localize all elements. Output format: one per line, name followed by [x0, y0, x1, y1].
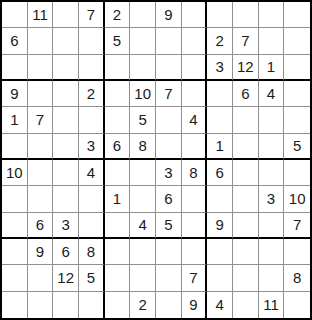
cell-r9c10-empty[interactable]	[233, 213, 259, 239]
cell-r3c12-empty[interactable]	[284, 55, 310, 81]
cell-r12c2-empty[interactable]	[28, 292, 54, 318]
cell-r10c8-empty[interactable]	[182, 239, 208, 265]
cell-r2c6-empty[interactable]	[130, 28, 156, 54]
cell-r1c7-given[interactable]: 9	[156, 2, 182, 28]
cell-r9c7-given[interactable]: 5	[156, 213, 182, 239]
cell-r6c12-given[interactable]: 5	[284, 134, 310, 160]
cell-r2c1-given[interactable]: 6	[2, 28, 28, 54]
cell-r11c9-empty[interactable]	[207, 265, 233, 291]
cell-r6c5-given[interactable]: 6	[105, 134, 131, 160]
cell-r2c8-empty[interactable]	[182, 28, 208, 54]
sudoku-board: 1172965273121921076417543681510438616310…	[0, 0, 312, 320]
cell-r3c6-empty[interactable]	[130, 55, 156, 81]
cell-r8c4-empty[interactable]	[79, 186, 105, 212]
cell-r11c12-given[interactable]: 8	[284, 265, 310, 291]
cell-r10c1-empty[interactable]	[2, 239, 28, 265]
cell-r4c12-empty[interactable]	[284, 81, 310, 107]
cell-r5c3-empty[interactable]	[53, 107, 79, 133]
cell-r8c1-empty[interactable]	[2, 186, 28, 212]
cell-r7c6-empty[interactable]	[130, 160, 156, 186]
cell-r12c9-given[interactable]: 4	[207, 292, 233, 318]
cell-r4c1-given[interactable]: 9	[2, 81, 28, 107]
cell-r2c9-given[interactable]: 2	[207, 28, 233, 54]
cell-r7c10-empty[interactable]	[233, 160, 259, 186]
cell-r10c7-empty[interactable]	[156, 239, 182, 265]
cell-r4c7-given[interactable]: 7	[156, 81, 182, 107]
cell-r1c4-given[interactable]: 7	[79, 2, 105, 28]
cell-r2c2-empty[interactable]	[28, 28, 54, 54]
cell-r9c4-empty[interactable]	[79, 213, 105, 239]
cell-r11c10-empty[interactable]	[233, 265, 259, 291]
cell-r8c9-empty[interactable]	[207, 186, 233, 212]
cell-r4c3-empty[interactable]	[53, 81, 79, 107]
cell-r10c3-given[interactable]: 6	[53, 239, 79, 265]
cell-r10c11-empty[interactable]	[259, 239, 285, 265]
cell-r8c6-empty[interactable]	[130, 186, 156, 212]
cell-r11c2-empty[interactable]	[28, 265, 54, 291]
cell-r3c4-empty[interactable]	[79, 55, 105, 81]
cell-r12c10-empty[interactable]	[233, 292, 259, 318]
cell-r6c9-given[interactable]: 1	[207, 134, 233, 160]
cell-r1c6-empty[interactable]	[130, 2, 156, 28]
cell-r5c1-given[interactable]: 1	[2, 107, 28, 133]
cell-r10c12-empty[interactable]	[284, 239, 310, 265]
cell-r2c3-empty[interactable]	[53, 28, 79, 54]
cell-r9c6-given[interactable]: 4	[130, 213, 156, 239]
cell-r8c5-given[interactable]: 1	[105, 186, 131, 212]
cell-r10c6-empty[interactable]	[130, 239, 156, 265]
cell-r5c9-empty[interactable]	[207, 107, 233, 133]
cell-r4c8-empty[interactable]	[182, 81, 208, 107]
cell-r3c3-empty[interactable]	[53, 55, 79, 81]
cell-r9c5-empty[interactable]	[105, 213, 131, 239]
cell-r7c2-empty[interactable]	[28, 160, 54, 186]
cell-r5c2-given[interactable]: 7	[28, 107, 54, 133]
cell-r9c8-empty[interactable]	[182, 213, 208, 239]
cell-r12c3-empty[interactable]	[53, 292, 79, 318]
cell-r4c6-given[interactable]: 10	[130, 81, 156, 107]
cell-r3c2-empty[interactable]	[28, 55, 54, 81]
cell-r5c8-given[interactable]: 4	[182, 107, 208, 133]
cell-r2c11-empty[interactable]	[259, 28, 285, 54]
cell-r10c4-given[interactable]: 8	[79, 239, 105, 265]
cell-r1c2-given[interactable]: 11	[28, 2, 54, 28]
cell-r6c10-empty[interactable]	[233, 134, 259, 160]
cell-r1c10-empty[interactable]	[233, 2, 259, 28]
cell-r7c8-given[interactable]: 8	[182, 160, 208, 186]
cell-r6c2-empty[interactable]	[28, 134, 54, 160]
cell-r2c12-empty[interactable]	[284, 28, 310, 54]
cell-r5c11-empty[interactable]	[259, 107, 285, 133]
cell-r3c11-given[interactable]: 1	[259, 55, 285, 81]
cell-r9c11-empty[interactable]	[259, 213, 285, 239]
cell-r1c12-empty[interactable]	[284, 2, 310, 28]
cell-r7c11-empty[interactable]	[259, 160, 285, 186]
cell-r9c3-given[interactable]: 3	[53, 213, 79, 239]
cell-r5c4-empty[interactable]	[79, 107, 105, 133]
cell-r11c1-empty[interactable]	[2, 265, 28, 291]
cell-r10c9-empty[interactable]	[207, 239, 233, 265]
cell-r9c2-given[interactable]: 6	[28, 213, 54, 239]
cell-r5c12-empty[interactable]	[284, 107, 310, 133]
cell-r4c2-empty[interactable]	[28, 81, 54, 107]
cell-r3c9-given[interactable]: 3	[207, 55, 233, 81]
cell-r4c11-given[interactable]: 4	[259, 81, 285, 107]
cell-r11c5-empty[interactable]	[105, 265, 131, 291]
cell-r3c8-empty[interactable]	[182, 55, 208, 81]
cell-r9c1-empty[interactable]	[2, 213, 28, 239]
cell-r11c6-empty[interactable]	[130, 265, 156, 291]
cell-r1c8-empty[interactable]	[182, 2, 208, 28]
cell-r1c11-empty[interactable]	[259, 2, 285, 28]
cell-r6c7-empty[interactable]	[156, 134, 182, 160]
cell-r7c3-empty[interactable]	[53, 160, 79, 186]
cell-r5c7-empty[interactable]	[156, 107, 182, 133]
cell-r6c3-empty[interactable]	[53, 134, 79, 160]
cell-r8c3-empty[interactable]	[53, 186, 79, 212]
cell-r8c2-empty[interactable]	[28, 186, 54, 212]
cell-r7c4-given[interactable]: 4	[79, 160, 105, 186]
cell-r7c5-empty[interactable]	[105, 160, 131, 186]
cell-r12c8-given[interactable]: 9	[182, 292, 208, 318]
cell-r1c1-empty[interactable]	[2, 2, 28, 28]
cell-r2c10-given[interactable]: 7	[233, 28, 259, 54]
cell-r3c1-empty[interactable]	[2, 55, 28, 81]
cell-r11c8-given[interactable]: 7	[182, 265, 208, 291]
cell-r11c7-empty[interactable]	[156, 265, 182, 291]
cell-r7c7-given[interactable]: 3	[156, 160, 182, 186]
cell-r4c5-empty[interactable]	[105, 81, 131, 107]
cell-r3c7-empty[interactable]	[156, 55, 182, 81]
cell-r6c1-empty[interactable]	[2, 134, 28, 160]
cell-r2c7-empty[interactable]	[156, 28, 182, 54]
cell-r10c5-empty[interactable]	[105, 239, 131, 265]
cell-r8c11-given[interactable]: 3	[259, 186, 285, 212]
cell-r11c4-given[interactable]: 5	[79, 265, 105, 291]
cell-r5c5-empty[interactable]	[105, 107, 131, 133]
cell-r1c9-empty[interactable]	[207, 2, 233, 28]
cell-r6c8-empty[interactable]	[182, 134, 208, 160]
cell-r8c12-given[interactable]: 10	[284, 186, 310, 212]
cell-r12c1-empty[interactable]	[2, 292, 28, 318]
cell-r12c11-given[interactable]: 11	[259, 292, 285, 318]
cell-r4c9-empty[interactable]	[207, 81, 233, 107]
cell-r6c11-empty[interactable]	[259, 134, 285, 160]
cell-r11c11-empty[interactable]	[259, 265, 285, 291]
cell-r1c5-given[interactable]: 2	[105, 2, 131, 28]
cell-r8c8-empty[interactable]	[182, 186, 208, 212]
cell-r2c5-given[interactable]: 5	[105, 28, 131, 54]
cell-r3c10-given[interactable]: 12	[233, 55, 259, 81]
cell-r12c5-empty[interactable]	[105, 292, 131, 318]
cell-r8c10-empty[interactable]	[233, 186, 259, 212]
cell-r1c3-empty[interactable]	[53, 2, 79, 28]
cell-r11c3-given[interactable]: 12	[53, 265, 79, 291]
cell-r10c2-given[interactable]: 9	[28, 239, 54, 265]
cell-r12c12-empty[interactable]	[284, 292, 310, 318]
cell-r12c6-given[interactable]: 2	[130, 292, 156, 318]
cell-r5c6-given[interactable]: 5	[130, 107, 156, 133]
cell-r9c12-given[interactable]: 7	[284, 213, 310, 239]
cell-r3c5-empty[interactable]	[105, 55, 131, 81]
cell-r10c10-empty[interactable]	[233, 239, 259, 265]
cell-r2c4-empty[interactable]	[79, 28, 105, 54]
cell-r7c9-given[interactable]: 6	[207, 160, 233, 186]
cell-r5c10-empty[interactable]	[233, 107, 259, 133]
cell-r4c10-given[interactable]: 6	[233, 81, 259, 107]
cell-r4c4-given[interactable]: 2	[79, 81, 105, 107]
cell-r7c12-empty[interactable]	[284, 160, 310, 186]
cell-r6c4-given[interactable]: 3	[79, 134, 105, 160]
cell-r12c4-empty[interactable]	[79, 292, 105, 318]
cell-r12c7-empty[interactable]	[156, 292, 182, 318]
cell-r7c1-given[interactable]: 10	[2, 160, 28, 186]
cell-r8c7-given[interactable]: 6	[156, 186, 182, 212]
cell-r9c9-given[interactable]: 9	[207, 213, 233, 239]
cell-r6c6-given[interactable]: 8	[130, 134, 156, 160]
